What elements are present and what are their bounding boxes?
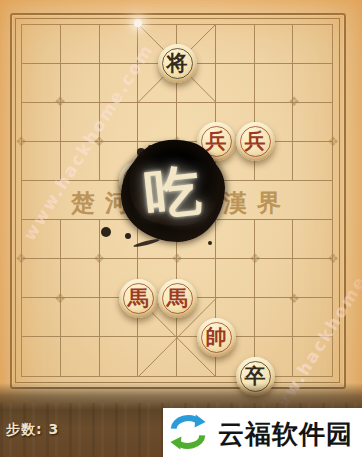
point-marker: ❖ xyxy=(13,251,29,267)
river-label-han-jie: 漢界 xyxy=(223,187,291,219)
ink-splatter-dot xyxy=(208,241,212,245)
piece-red-horse[interactable]: 馬 xyxy=(119,279,158,318)
board-cell[interactable] xyxy=(293,181,332,220)
ink-splatter-dot xyxy=(137,148,145,156)
point-marker: ❖ xyxy=(13,134,29,150)
piece-character: 馬 xyxy=(119,279,158,318)
move-origin-indicator xyxy=(134,19,142,27)
board-cell[interactable] xyxy=(100,64,139,103)
board-cell[interactable] xyxy=(61,337,100,376)
board-cell[interactable] xyxy=(22,181,61,220)
point-marker: ❖ xyxy=(169,251,185,267)
piece-red-horse[interactable]: 馬 xyxy=(158,279,197,318)
board-cell[interactable] xyxy=(216,25,255,64)
board-cell[interactable] xyxy=(100,337,139,376)
point-marker: ❖ xyxy=(325,134,341,150)
board-cell[interactable] xyxy=(22,337,61,376)
piece-character: 将 xyxy=(158,44,197,83)
board-cell[interactable] xyxy=(216,64,255,103)
step-counter: 步数: 3 xyxy=(6,421,59,439)
capture-splash-text: 吃 xyxy=(116,140,230,247)
point-marker: ❖ xyxy=(52,291,68,307)
point-marker: ❖ xyxy=(247,251,263,267)
swirl-logo-icon xyxy=(166,410,210,454)
point-marker: ❖ xyxy=(286,291,302,307)
game-screen: ❖❖❖❖❖❖❖❖❖❖❖❖❖❖ 楚河 漢界 www.hackhome.com ww… xyxy=(0,0,362,457)
point-marker: ❖ xyxy=(52,94,68,110)
board-cell[interactable] xyxy=(100,25,139,64)
piece-character: 帥 xyxy=(197,318,236,357)
site-logo-text: 云福软件园 xyxy=(218,417,360,452)
piece-red-general[interactable]: 帥 xyxy=(197,318,236,357)
point-marker: ❖ xyxy=(91,134,107,150)
ink-splatter-dot xyxy=(101,227,111,237)
ink-splatter-dot xyxy=(148,145,152,149)
board-cell[interactable] xyxy=(61,25,100,64)
capture-splash: 吃 xyxy=(121,145,225,242)
piece-black-general[interactable]: 将 xyxy=(158,44,197,83)
board-cell[interactable] xyxy=(293,337,332,376)
point-marker: ❖ xyxy=(286,94,302,110)
board-cell[interactable] xyxy=(293,25,332,64)
piece-character: 兵 xyxy=(236,122,275,161)
ink-splatter-dot xyxy=(125,233,131,239)
piece-character: 馬 xyxy=(158,279,197,318)
site-logo: 云福软件园 xyxy=(163,408,362,457)
piece-red-soldier[interactable]: 兵 xyxy=(236,122,275,161)
board-cell[interactable] xyxy=(255,25,294,64)
board-cell[interactable] xyxy=(138,337,177,376)
board-cell[interactable] xyxy=(22,25,61,64)
point-marker: ❖ xyxy=(91,251,107,267)
point-marker: ❖ xyxy=(325,251,341,267)
